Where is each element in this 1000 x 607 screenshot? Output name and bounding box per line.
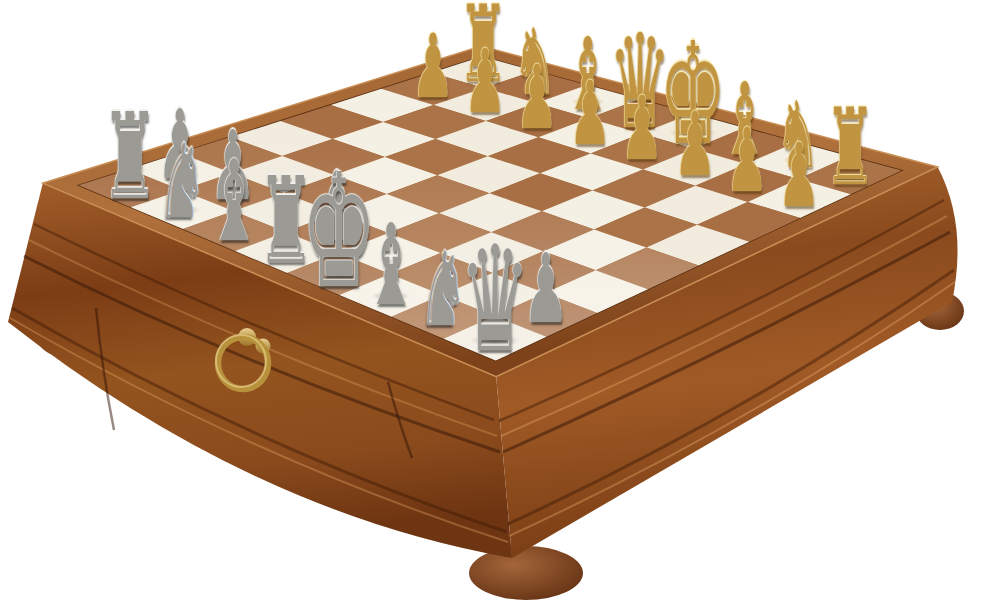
piece-brass-pawn-e7[interactable]: ♟ xyxy=(621,84,664,172)
bun-foot-front xyxy=(469,546,583,600)
piece-pewter-bishop-c1[interactable]: ♝ xyxy=(207,146,261,258)
piece-pewter-bishop-f1[interactable]: ♝ xyxy=(364,210,418,322)
chess-set-scene: ♜♞♝♛♚♝♞♜♟♟♟♟♟♟♟♟♜♞♝♜♚♝♞♛♟♟♟♟ Overhead-an… xyxy=(0,0,1000,607)
piece-brass-pawn-g7[interactable]: ♟ xyxy=(726,115,769,203)
piece-brass-pawn-b7[interactable]: ♟ xyxy=(464,37,507,125)
piece-pewter-knight-b1[interactable]: ♞ xyxy=(157,132,206,234)
piece-brass-pawn-c7[interactable]: ♟ xyxy=(516,53,559,141)
piece-brass-pawn-h7[interactable]: ♟ xyxy=(778,131,821,219)
piece-brass-pawn-a7[interactable]: ♟ xyxy=(411,21,454,109)
piece-brass-pawn-f7[interactable]: ♟ xyxy=(673,100,716,188)
piece-pewter-queen-h1[interactable]: ♛ xyxy=(460,227,530,373)
piece-pewter-rook-a1[interactable]: ♜ xyxy=(101,98,158,217)
piece-brass-pawn-d7[interactable]: ♟ xyxy=(568,68,611,156)
piece-brass-rook-h8[interactable]: ♜ xyxy=(824,94,875,200)
